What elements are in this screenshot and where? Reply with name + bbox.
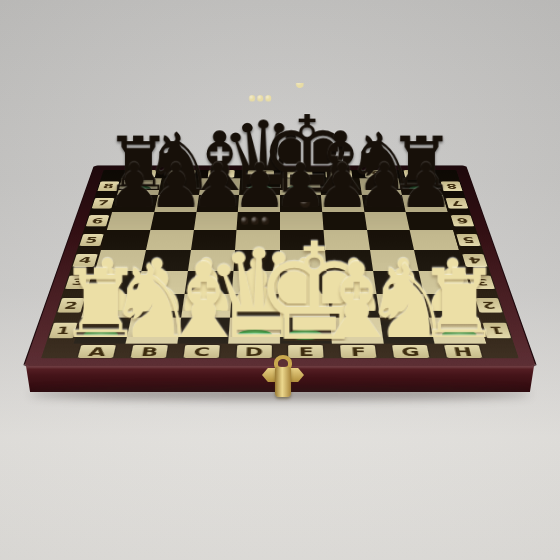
piece-glyph: ♟ xyxy=(157,251,256,324)
piece-glyph: ♟ xyxy=(342,156,426,217)
felt-base xyxy=(337,304,370,314)
piece-black-knight-g8: ♞ xyxy=(340,109,421,190)
piece-glyph: ♜ xyxy=(98,127,179,203)
rank-label-7-right: 7 xyxy=(446,198,469,208)
piece-black-rook-h8: ♜ xyxy=(381,114,462,190)
piece-glyph: ♟ xyxy=(259,156,343,217)
piece-glyph: ♟ xyxy=(108,251,207,324)
felt-base xyxy=(413,202,439,209)
felt-base xyxy=(190,304,223,314)
piece-glyph: ♟ xyxy=(354,251,453,324)
piece-glyph: ♟ xyxy=(176,156,260,217)
felt-base xyxy=(186,329,220,339)
felt-base xyxy=(246,202,272,209)
file-label-e-back: E xyxy=(286,170,313,177)
latch-body-icon xyxy=(275,367,291,397)
piece-white-rook-a1: ♜ xyxy=(50,240,153,336)
file-label-d-back: D xyxy=(247,170,274,177)
felt-base xyxy=(288,304,321,314)
piece-glyph: ♟ xyxy=(206,251,305,324)
felt-base xyxy=(391,329,425,339)
felt-base xyxy=(329,202,355,209)
brass-latch xyxy=(262,355,304,405)
felt-base xyxy=(339,329,373,339)
piece-glyph: ♟ xyxy=(403,251,502,324)
felt-base xyxy=(288,329,322,339)
felt-base xyxy=(436,304,469,314)
piece-glyph: ♟ xyxy=(58,251,157,324)
felt-base xyxy=(371,202,397,209)
rank-label-6-left: 6 xyxy=(86,215,109,226)
felt-base xyxy=(237,329,271,339)
piece-glyph: ♞ xyxy=(340,123,421,204)
rank-label-5-right: 5 xyxy=(456,234,480,246)
file-label-a-back: A xyxy=(129,170,157,177)
piece-white-knight-b1: ♞ xyxy=(101,234,204,337)
piece-glyph: ♞ xyxy=(101,251,204,354)
rank-label-5-left: 5 xyxy=(79,234,103,246)
queen-crown-beads xyxy=(240,217,269,225)
queen-crown-beads xyxy=(249,95,272,101)
king-finial xyxy=(296,80,304,88)
felt-base xyxy=(288,202,314,209)
piece-glyph: ♚ xyxy=(260,102,341,208)
felt-base xyxy=(84,329,118,339)
rank-label-7-left: 7 xyxy=(92,198,115,208)
felt-base xyxy=(121,202,147,209)
felt-base xyxy=(205,202,231,209)
piece-glyph: ♝ xyxy=(179,121,260,204)
file-label-b-back: B xyxy=(168,170,196,177)
piece-glyph: ♟ xyxy=(217,156,301,217)
pieces-layer: ♜♞♝♛♚♝♞♜♟♟♟♟♟♟♟♟♟♟♟♟♟♟♟♟♜♞♝♛♚♝♞♜ xyxy=(24,166,536,366)
piece-black-knight-b8: ♞ xyxy=(139,109,220,190)
piece-glyph: ♛ xyxy=(219,109,300,206)
piece-glyph: ♚ xyxy=(254,225,357,360)
felt-base xyxy=(141,304,174,314)
file-label-h-back: H xyxy=(403,170,431,177)
felt-base xyxy=(442,329,476,339)
piece-white-bishop-c1: ♝ xyxy=(152,231,255,336)
king-finial xyxy=(300,198,310,208)
felt-base xyxy=(91,304,124,314)
piece-white-rook-h1: ♜ xyxy=(407,240,510,336)
piece-glyph: ♜ xyxy=(50,257,153,353)
file-label-c-back: C xyxy=(208,170,235,177)
photo-scene: AABBCCDDEEFFGGHH1122334455667788 ♜♞♝♛♚♝♞… xyxy=(0,0,560,560)
piece-glyph: ♞ xyxy=(139,123,220,204)
felt-base xyxy=(135,329,169,339)
rank-label-6-right: 6 xyxy=(451,215,474,226)
piece-glyph: ♟ xyxy=(304,251,403,324)
piece-black-rook-a8: ♜ xyxy=(98,114,179,190)
piece-white-king-e1: ♚ xyxy=(254,202,357,337)
rank-label-8-left: 8 xyxy=(97,181,119,191)
piece-glyph: ♟ xyxy=(134,156,218,217)
piece-glyph: ♝ xyxy=(152,249,255,354)
file-label-g-back: G xyxy=(364,170,392,177)
piece-glyph: ♜ xyxy=(407,257,510,353)
piece-glyph: ♜ xyxy=(381,127,462,203)
piece-glyph: ♝ xyxy=(305,249,408,354)
piece-white-bishop-f1: ♝ xyxy=(305,231,408,336)
piece-glyph: ♞ xyxy=(356,251,459,354)
piece-glyph: ♟ xyxy=(255,251,354,324)
rank-label-8-right: 8 xyxy=(441,181,463,191)
piece-glyph: ♝ xyxy=(300,121,381,204)
felt-base xyxy=(163,202,189,209)
piece-glyph: ♛ xyxy=(203,234,306,357)
piece-glyph: ♟ xyxy=(301,156,385,217)
piece-white-queen-d1: ♛ xyxy=(203,213,306,336)
chess-board: AABBCCDDEEFFGGHH1122334455667788 ♜♞♝♛♚♝♞… xyxy=(24,166,536,366)
piece-white-knight-g1: ♞ xyxy=(356,234,459,337)
file-label-f-back: F xyxy=(325,170,352,177)
felt-base xyxy=(239,304,272,314)
felt-base xyxy=(387,304,420,314)
